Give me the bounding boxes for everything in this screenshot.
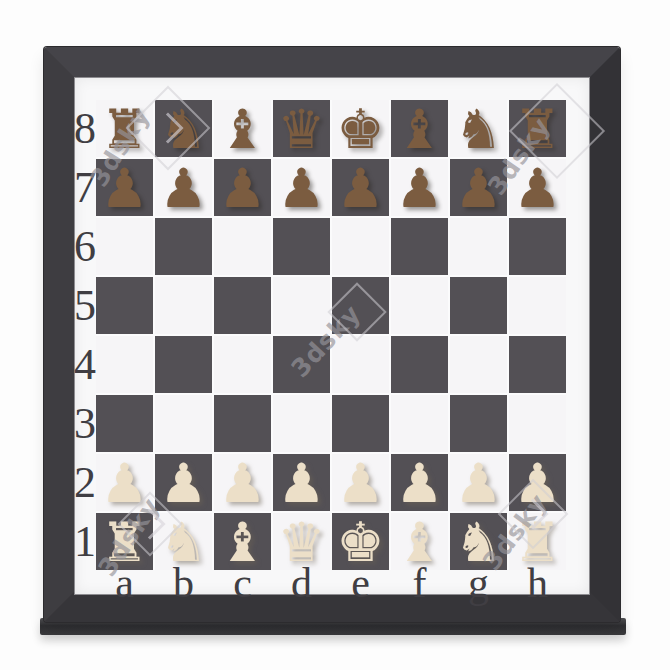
white-pawn[interactable]: ♟ <box>159 457 207 511</box>
file-label-e: e <box>351 562 370 604</box>
white-pawn[interactable]: ♟ <box>277 457 325 511</box>
square-c4[interactable] <box>214 336 271 393</box>
black-king[interactable]: ♚ <box>336 103 384 157</box>
square-f3[interactable] <box>391 395 448 452</box>
square-g3[interactable] <box>450 395 507 452</box>
black-knight[interactable]: ♞ <box>454 103 502 157</box>
square-b7[interactable]: ♟ <box>155 159 212 216</box>
square-f2[interactable]: ♟ <box>391 454 448 511</box>
square-d8[interactable]: ♛ <box>273 100 330 157</box>
square-g2[interactable]: ♟ <box>450 454 507 511</box>
square-g6[interactable] <box>450 218 507 275</box>
square-f8[interactable]: ♝ <box>391 100 448 157</box>
square-c5[interactable] <box>214 277 271 334</box>
scene: ♜♞♝♛♚♝♞♜♟♟♟♟♟♟♟♟♟♟♟♟♟♟♟♟♜♞♝♛♚♝♞♜ 8765432… <box>0 0 670 670</box>
file-label-h: h <box>527 562 548 604</box>
square-b5[interactable] <box>155 277 212 334</box>
rank-label-6: 6 <box>74 225 96 269</box>
square-e3[interactable] <box>332 395 389 452</box>
file-label-f: f <box>413 562 427 604</box>
square-h6[interactable] <box>509 218 566 275</box>
square-f7[interactable]: ♟ <box>391 159 448 216</box>
white-pawn[interactable]: ♟ <box>336 457 384 511</box>
file-label-g: g <box>468 562 489 604</box>
square-f5[interactable] <box>391 277 448 334</box>
square-d3[interactable] <box>273 395 330 452</box>
black-bishop[interactable]: ♝ <box>395 103 443 157</box>
square-c3[interactable] <box>214 395 271 452</box>
square-e8[interactable]: ♚ <box>332 100 389 157</box>
square-g4[interactable] <box>450 336 507 393</box>
square-a3[interactable] <box>96 395 153 452</box>
black-bishop[interactable]: ♝ <box>218 103 266 157</box>
square-c2[interactable]: ♟ <box>214 454 271 511</box>
square-b3[interactable] <box>155 395 212 452</box>
square-d2[interactable]: ♟ <box>273 454 330 511</box>
black-pawn[interactable]: ♟ <box>218 162 266 216</box>
black-pawn[interactable]: ♟ <box>277 162 325 216</box>
rank-label-4: 4 <box>74 343 96 387</box>
rank-label-8: 8 <box>74 107 96 151</box>
square-g5[interactable] <box>450 277 507 334</box>
square-c6[interactable] <box>214 218 271 275</box>
file-label-d: d <box>291 562 312 604</box>
square-e7[interactable]: ♟ <box>332 159 389 216</box>
black-queen[interactable]: ♛ <box>277 103 325 157</box>
rank-label-3: 3 <box>74 402 96 446</box>
square-a4[interactable] <box>96 336 153 393</box>
square-e2[interactable]: ♟ <box>332 454 389 511</box>
square-b6[interactable] <box>155 218 212 275</box>
square-a6[interactable] <box>96 218 153 275</box>
square-a5[interactable] <box>96 277 153 334</box>
file-label-b: b <box>173 562 194 604</box>
square-f4[interactable] <box>391 336 448 393</box>
white-pawn[interactable]: ♟ <box>454 457 502 511</box>
rank-label-5: 5 <box>74 284 96 328</box>
square-h4[interactable] <box>509 336 566 393</box>
square-d6[interactable] <box>273 218 330 275</box>
square-b4[interactable] <box>155 336 212 393</box>
square-b2[interactable]: ♟ <box>155 454 212 511</box>
square-e6[interactable] <box>332 218 389 275</box>
black-pawn[interactable]: ♟ <box>395 162 443 216</box>
white-pawn[interactable]: ♟ <box>218 457 266 511</box>
square-c7[interactable]: ♟ <box>214 159 271 216</box>
white-pawn[interactable]: ♟ <box>395 457 443 511</box>
rank-label-2: 2 <box>74 461 96 505</box>
square-h3[interactable] <box>509 395 566 452</box>
square-c8[interactable]: ♝ <box>214 100 271 157</box>
square-h5[interactable] <box>509 277 566 334</box>
square-g8[interactable]: ♞ <box>450 100 507 157</box>
rank-label-1: 1 <box>74 520 96 564</box>
square-f6[interactable] <box>391 218 448 275</box>
file-label-c: c <box>233 562 252 604</box>
square-d7[interactable]: ♟ <box>273 159 330 216</box>
black-pawn[interactable]: ♟ <box>336 162 384 216</box>
